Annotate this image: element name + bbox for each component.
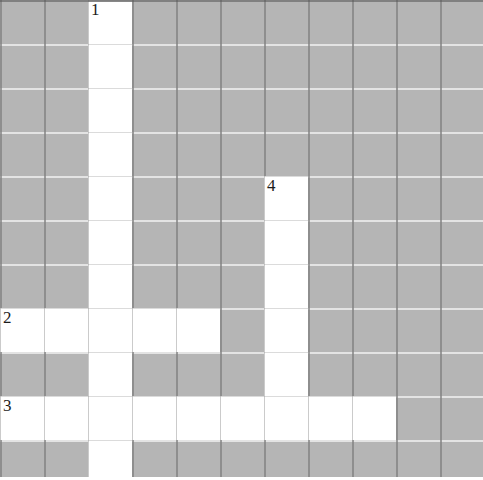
blocked-cell-r7-c7 (308, 308, 352, 352)
blocked-cell-r5-c5 (220, 220, 264, 264)
blocked-cell-r5-c7 (308, 220, 352, 264)
blocked-cell-r4-c9 (396, 176, 440, 220)
blocked-cell-r8-c0 (0, 352, 44, 396)
open-cell-r9-c2[interactable] (88, 396, 132, 440)
blocked-cell-r2-c8 (352, 88, 396, 132)
blocked-cell-r0-c3 (132, 0, 176, 44)
blocked-cell-r2-c4 (176, 88, 220, 132)
open-cell-r9-c8[interactable] (352, 396, 396, 440)
blocked-cell-r1-c3 (132, 44, 176, 88)
blocked-cell-r6-c3 (132, 264, 176, 308)
blocked-cell-r1-c8 (352, 44, 396, 88)
blocked-cell-r3-c3 (132, 132, 176, 176)
blocked-cell-r1-c6 (264, 44, 308, 88)
blocked-cell-r8-c5 (220, 352, 264, 396)
blocked-cell-r9-c9 (396, 396, 440, 440)
blocked-cell-r1-c0 (0, 44, 44, 88)
blocked-cell-r7-c5 (220, 308, 264, 352)
blocked-cell-r1-c7 (308, 44, 352, 88)
blocked-cell-r2-c5 (220, 88, 264, 132)
open-cell-r9-c0[interactable]: 3 (0, 396, 44, 440)
blocked-cell-r6-c7 (308, 264, 352, 308)
blocked-cell-r5-c9 (396, 220, 440, 264)
open-cell-r7-c0[interactable]: 2 (0, 308, 44, 352)
blocked-cell-r8-c10 (440, 352, 483, 396)
crossword-board: 1423 (0, 0, 483, 477)
open-cell-r4-c2[interactable] (88, 176, 132, 220)
open-cell-r2-c2[interactable] (88, 88, 132, 132)
blocked-cell-r6-c0 (0, 264, 44, 308)
blocked-cell-r8-c9 (396, 352, 440, 396)
blocked-cell-r6-c5 (220, 264, 264, 308)
blocked-cell-r6-c9 (396, 264, 440, 308)
blocked-cell-r8-c3 (132, 352, 176, 396)
blocked-cell-r10-c3 (132, 440, 176, 477)
blocked-cell-r8-c1 (44, 352, 88, 396)
blocked-cell-r0-c7 (308, 0, 352, 44)
blocked-cell-r3-c8 (352, 132, 396, 176)
blocked-cell-r7-c10 (440, 308, 483, 352)
board-top-edge (0, 0, 483, 2)
open-cell-r9-c1[interactable] (44, 396, 88, 440)
blocked-cell-r10-c6 (264, 440, 308, 477)
open-cell-r9-c4[interactable] (176, 396, 220, 440)
blocked-cell-r10-c10 (440, 440, 483, 477)
open-cell-r4-c6[interactable]: 4 (264, 176, 308, 220)
blocked-cell-r4-c5 (220, 176, 264, 220)
open-cell-r10-c2[interactable] (88, 440, 132, 477)
open-cell-r7-c6[interactable] (264, 308, 308, 352)
blocked-cell-r3-c6 (264, 132, 308, 176)
open-cell-r9-c6[interactable] (264, 396, 308, 440)
blocked-cell-r0-c0 (0, 0, 44, 44)
blocked-cell-r2-c0 (0, 88, 44, 132)
blocked-cell-r4-c3 (132, 176, 176, 220)
open-cell-r8-c2[interactable] (88, 352, 132, 396)
blocked-cell-r10-c9 (396, 440, 440, 477)
blocked-cell-r5-c10 (440, 220, 483, 264)
open-cell-r0-c2[interactable]: 1 (88, 0, 132, 44)
blocked-cell-r7-c8 (352, 308, 396, 352)
blocked-cell-r5-c4 (176, 220, 220, 264)
blocked-cell-r5-c0 (0, 220, 44, 264)
blocked-cell-r2-c1 (44, 88, 88, 132)
blocked-cell-r3-c5 (220, 132, 264, 176)
blocked-cell-r4-c7 (308, 176, 352, 220)
blocked-cell-r2-c9 (396, 88, 440, 132)
blocked-cell-r1-c4 (176, 44, 220, 88)
clue-number-3: 3 (3, 396, 12, 416)
open-cell-r7-c3[interactable] (132, 308, 176, 352)
blocked-cell-r0-c9 (396, 0, 440, 44)
blocked-cell-r4-c0 (0, 176, 44, 220)
blocked-cell-r4-c4 (176, 176, 220, 220)
open-cell-r5-c2[interactable] (88, 220, 132, 264)
blocked-cell-r5-c1 (44, 220, 88, 264)
blocked-cell-r8-c4 (176, 352, 220, 396)
blocked-cell-r5-c8 (352, 220, 396, 264)
blocked-cell-r1-c5 (220, 44, 264, 88)
open-cell-r9-c3[interactable] (132, 396, 176, 440)
blocked-cell-r7-c9 (396, 308, 440, 352)
blocked-cell-r6-c10 (440, 264, 483, 308)
clue-number-4: 4 (267, 176, 276, 196)
blocked-cell-r3-c0 (0, 132, 44, 176)
blocked-cell-r10-c4 (176, 440, 220, 477)
blocked-cell-r6-c8 (352, 264, 396, 308)
blocked-cell-r4-c8 (352, 176, 396, 220)
blocked-cell-r1-c1 (44, 44, 88, 88)
blocked-cell-r2-c10 (440, 88, 483, 132)
open-cell-r9-c5[interactable] (220, 396, 264, 440)
blocked-cell-r3-c10 (440, 132, 483, 176)
open-cell-r3-c2[interactable] (88, 132, 132, 176)
blocked-cell-r0-c1 (44, 0, 88, 44)
blocked-cell-r0-c8 (352, 0, 396, 44)
open-cell-r7-c4[interactable] (176, 308, 220, 352)
blocked-cell-r3-c7 (308, 132, 352, 176)
blocked-cell-r6-c1 (44, 264, 88, 308)
blocked-cell-r4-c10 (440, 176, 483, 220)
blocked-cell-r10-c0 (0, 440, 44, 477)
blocked-cell-r8-c7 (308, 352, 352, 396)
blocked-cell-r10-c5 (220, 440, 264, 477)
open-cell-r6-c6[interactable] (264, 264, 308, 308)
blocked-cell-r0-c6 (264, 0, 308, 44)
open-cell-r5-c6[interactable] (264, 220, 308, 264)
blocked-cell-r0-c10 (440, 0, 483, 44)
blocked-cell-r8-c8 (352, 352, 396, 396)
open-cell-r7-c1[interactable] (44, 308, 88, 352)
blocked-cell-r3-c9 (396, 132, 440, 176)
blocked-cell-r5-c3 (132, 220, 176, 264)
blocked-cell-r1-c10 (440, 44, 483, 88)
blocked-cell-r4-c1 (44, 176, 88, 220)
blocked-cell-r3-c4 (176, 132, 220, 176)
blocked-cell-r2-c3 (132, 88, 176, 132)
open-cell-r8-c6[interactable] (264, 352, 308, 396)
blocked-cell-r0-c4 (176, 0, 220, 44)
clue-number-1: 1 (91, 0, 100, 20)
crossword-page: 1423 (0, 0, 483, 480)
open-cell-r6-c2[interactable] (88, 264, 132, 308)
blocked-cell-r2-c6 (264, 88, 308, 132)
blocked-cell-r10-c1 (44, 440, 88, 477)
blocked-cell-r1-c9 (396, 44, 440, 88)
clue-number-2: 2 (3, 308, 12, 328)
blocked-cell-r6-c4 (176, 264, 220, 308)
open-cell-r9-c7[interactable] (308, 396, 352, 440)
blocked-cell-r9-c10 (440, 396, 483, 440)
open-cell-r7-c2[interactable] (88, 308, 132, 352)
blocked-cell-r0-c5 (220, 0, 264, 44)
blocked-cell-r10-c8 (352, 440, 396, 477)
blocked-cell-r3-c1 (44, 132, 88, 176)
blocked-cell-r2-c7 (308, 88, 352, 132)
blocked-cell-r10-c7 (308, 440, 352, 477)
open-cell-r1-c2[interactable] (88, 44, 132, 88)
